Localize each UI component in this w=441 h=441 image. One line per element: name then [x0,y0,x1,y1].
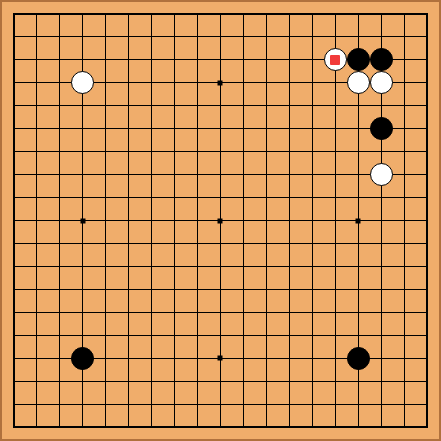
intersection[interactable] [301,94,324,117]
intersection[interactable] [94,209,117,232]
intersection[interactable] [278,71,301,94]
intersection[interactable] [324,186,347,209]
intersection[interactable] [232,301,255,324]
intersection[interactable] [232,393,255,416]
intersection[interactable] [140,25,163,48]
intersection[interactable] [163,71,186,94]
intersection[interactable] [301,117,324,140]
intersection[interactable] [48,255,71,278]
intersection[interactable] [209,347,232,370]
intersection[interactable] [324,415,347,438]
intersection[interactable] [393,25,416,48]
intersection[interactable] [25,209,48,232]
intersection[interactable] [301,140,324,163]
intersection[interactable] [393,301,416,324]
intersection[interactable] [209,415,232,438]
intersection[interactable] [209,255,232,278]
intersection[interactable] [117,94,140,117]
intersection[interactable] [140,186,163,209]
intersection[interactable] [370,48,393,71]
intersection[interactable] [140,301,163,324]
intersection[interactable] [232,415,255,438]
intersection[interactable] [347,415,370,438]
intersection[interactable] [232,347,255,370]
intersection[interactable] [232,117,255,140]
intersection[interactable] [393,278,416,301]
intersection[interactable] [94,370,117,393]
intersection[interactable] [186,393,209,416]
intersection[interactable] [94,94,117,117]
intersection[interactable] [301,3,324,26]
intersection[interactable] [415,48,438,71]
intersection[interactable] [370,278,393,301]
intersection[interactable] [25,163,48,186]
intersection[interactable] [186,140,209,163]
intersection[interactable] [140,3,163,26]
intersection[interactable] [163,278,186,301]
intersection[interactable] [140,255,163,278]
intersection[interactable] [324,3,347,26]
intersection[interactable] [140,71,163,94]
intersection[interactable] [71,301,94,324]
intersection[interactable] [370,71,393,94]
intersection[interactable] [393,232,416,255]
intersection[interactable] [278,25,301,48]
intersection[interactable] [186,370,209,393]
intersection[interactable] [393,3,416,26]
intersection[interactable] [324,209,347,232]
intersection[interactable] [209,94,232,117]
intersection[interactable] [278,415,301,438]
intersection[interactable] [393,186,416,209]
intersection[interactable] [71,415,94,438]
intersection[interactable] [370,3,393,26]
intersection[interactable] [301,163,324,186]
intersection[interactable] [163,393,186,416]
intersection[interactable] [278,278,301,301]
intersection[interactable] [415,209,438,232]
intersection[interactable] [25,415,48,438]
intersection[interactable] [301,278,324,301]
intersection[interactable] [324,25,347,48]
intersection[interactable] [71,140,94,163]
intersection[interactable] [393,71,416,94]
intersection[interactable] [278,209,301,232]
intersection[interactable] [186,48,209,71]
intersection[interactable] [48,94,71,117]
intersection[interactable] [140,209,163,232]
intersection[interactable] [209,278,232,301]
intersection[interactable] [232,209,255,232]
intersection[interactable] [48,71,71,94]
intersection[interactable] [117,140,140,163]
intersection[interactable] [324,278,347,301]
intersection[interactable] [186,186,209,209]
intersection[interactable] [117,301,140,324]
intersection[interactable] [232,370,255,393]
intersection[interactable] [186,301,209,324]
intersection[interactable] [393,324,416,347]
intersection[interactable] [278,163,301,186]
intersection[interactable] [255,117,278,140]
intersection[interactable] [94,117,117,140]
intersection[interactable] [140,370,163,393]
intersection[interactable] [71,393,94,416]
intersection[interactable] [209,163,232,186]
intersection[interactable] [255,255,278,278]
intersection[interactable] [117,370,140,393]
intersection[interactable] [370,393,393,416]
intersection[interactable] [415,140,438,163]
intersection[interactable] [301,393,324,416]
board-grid[interactable] [3,3,439,439]
intersection[interactable] [117,117,140,140]
intersection[interactable] [415,324,438,347]
intersection[interactable] [140,347,163,370]
intersection[interactable] [140,393,163,416]
intersection[interactable] [48,209,71,232]
intersection[interactable] [347,186,370,209]
intersection[interactable] [209,186,232,209]
intersection[interactable] [209,25,232,48]
intersection[interactable] [301,209,324,232]
intersection[interactable] [94,232,117,255]
intersection[interactable] [163,3,186,26]
intersection[interactable] [278,94,301,117]
intersection[interactable] [255,232,278,255]
intersection[interactable] [278,393,301,416]
intersection[interactable] [393,370,416,393]
intersection[interactable] [117,415,140,438]
intersection[interactable] [117,324,140,347]
intersection[interactable] [232,186,255,209]
intersection[interactable] [232,94,255,117]
intersection[interactable] [3,71,26,94]
intersection[interactable] [71,370,94,393]
intersection[interactable] [186,94,209,117]
intersection[interactable] [347,25,370,48]
intersection[interactable] [415,301,438,324]
intersection[interactable] [278,324,301,347]
intersection[interactable] [94,25,117,48]
intersection[interactable] [370,117,393,140]
intersection[interactable] [415,71,438,94]
intersection[interactable] [278,370,301,393]
intersection[interactable] [186,255,209,278]
intersection[interactable] [370,232,393,255]
intersection[interactable] [186,232,209,255]
intersection[interactable] [347,117,370,140]
intersection[interactable] [415,370,438,393]
intersection[interactable] [370,255,393,278]
intersection[interactable] [3,370,26,393]
intersection[interactable] [415,186,438,209]
intersection[interactable] [324,94,347,117]
intersection[interactable] [3,140,26,163]
intersection[interactable] [94,48,117,71]
intersection[interactable] [255,370,278,393]
intersection[interactable] [25,278,48,301]
intersection[interactable] [117,71,140,94]
intersection[interactable] [232,3,255,26]
intersection[interactable] [48,25,71,48]
intersection[interactable] [140,232,163,255]
intersection[interactable] [117,25,140,48]
intersection[interactable] [71,278,94,301]
intersection[interactable] [25,255,48,278]
intersection[interactable] [255,3,278,26]
intersection[interactable] [71,117,94,140]
intersection[interactable] [347,370,370,393]
intersection[interactable] [3,324,26,347]
intersection[interactable] [48,278,71,301]
intersection[interactable] [255,347,278,370]
intersection[interactable] [163,347,186,370]
intersection[interactable] [209,393,232,416]
intersection[interactable] [117,209,140,232]
intersection[interactable] [324,347,347,370]
intersection[interactable] [370,370,393,393]
intersection[interactable] [94,140,117,163]
intersection[interactable] [209,232,232,255]
intersection[interactable] [71,186,94,209]
intersection[interactable] [347,163,370,186]
intersection[interactable] [278,347,301,370]
intersection[interactable] [255,393,278,416]
intersection[interactable] [71,163,94,186]
intersection[interactable] [301,25,324,48]
intersection[interactable] [48,3,71,26]
intersection[interactable] [324,370,347,393]
intersection[interactable] [301,324,324,347]
intersection[interactable] [71,324,94,347]
intersection[interactable] [232,232,255,255]
intersection[interactable] [94,278,117,301]
intersection[interactable] [140,94,163,117]
intersection[interactable] [393,163,416,186]
intersection[interactable] [209,117,232,140]
intersection[interactable] [25,186,48,209]
intersection[interactable] [94,71,117,94]
intersection[interactable] [393,255,416,278]
intersection[interactable] [186,209,209,232]
intersection[interactable] [186,25,209,48]
intersection[interactable] [48,415,71,438]
intersection[interactable] [163,324,186,347]
intersection[interactable] [48,347,71,370]
intersection[interactable] [163,232,186,255]
intersection[interactable] [94,393,117,416]
intersection[interactable] [301,71,324,94]
intersection[interactable] [393,415,416,438]
intersection[interactable] [25,232,48,255]
intersection[interactable] [71,25,94,48]
intersection[interactable] [71,347,94,370]
intersection[interactable] [324,301,347,324]
intersection[interactable] [3,301,26,324]
intersection[interactable] [48,324,71,347]
intersection[interactable] [347,71,370,94]
intersection[interactable] [415,3,438,26]
intersection[interactable] [232,48,255,71]
intersection[interactable] [3,209,26,232]
intersection[interactable] [370,347,393,370]
intersection[interactable] [209,140,232,163]
intersection[interactable] [94,301,117,324]
intersection[interactable] [415,415,438,438]
intersection[interactable] [71,3,94,26]
intersection[interactable] [25,3,48,26]
intersection[interactable] [140,117,163,140]
intersection[interactable] [301,347,324,370]
intersection[interactable] [255,186,278,209]
intersection[interactable] [415,94,438,117]
intersection[interactable] [347,255,370,278]
intersection[interactable] [48,232,71,255]
intersection[interactable] [48,163,71,186]
intersection[interactable] [94,347,117,370]
intersection[interactable] [94,3,117,26]
intersection[interactable] [94,163,117,186]
intersection[interactable] [71,94,94,117]
intersection[interactable] [140,163,163,186]
intersection[interactable] [324,48,347,71]
intersection[interactable] [370,415,393,438]
intersection[interactable] [324,163,347,186]
intersection[interactable] [255,94,278,117]
intersection[interactable] [415,232,438,255]
intersection[interactable] [255,163,278,186]
intersection[interactable] [393,48,416,71]
intersection[interactable] [94,255,117,278]
intersection[interactable] [186,415,209,438]
intersection[interactable] [71,209,94,232]
intersection[interactable] [347,3,370,26]
intersection[interactable] [186,163,209,186]
intersection[interactable] [232,25,255,48]
intersection[interactable] [25,71,48,94]
intersection[interactable] [278,3,301,26]
intersection[interactable] [347,209,370,232]
intersection[interactable] [278,301,301,324]
intersection[interactable] [3,347,26,370]
intersection[interactable] [370,324,393,347]
intersection[interactable] [370,25,393,48]
intersection[interactable] [186,324,209,347]
intersection[interactable] [140,415,163,438]
intersection[interactable] [255,209,278,232]
intersection[interactable] [347,48,370,71]
intersection[interactable] [71,48,94,71]
intersection[interactable] [163,163,186,186]
intersection[interactable] [163,415,186,438]
intersection[interactable] [117,347,140,370]
intersection[interactable] [393,393,416,416]
intersection[interactable] [94,186,117,209]
intersection[interactable] [232,140,255,163]
intersection[interactable] [347,140,370,163]
intersection[interactable] [255,415,278,438]
intersection[interactable] [324,232,347,255]
intersection[interactable] [48,393,71,416]
intersection[interactable] [255,25,278,48]
intersection[interactable] [48,140,71,163]
intersection[interactable] [25,25,48,48]
intersection[interactable] [140,278,163,301]
intersection[interactable] [324,255,347,278]
intersection[interactable] [71,255,94,278]
intersection[interactable] [393,117,416,140]
intersection[interactable] [25,324,48,347]
intersection[interactable] [3,163,26,186]
intersection[interactable] [370,186,393,209]
intersection[interactable] [370,209,393,232]
intersection[interactable] [209,48,232,71]
intersection[interactable] [255,140,278,163]
intersection[interactable] [71,232,94,255]
intersection[interactable] [163,117,186,140]
intersection[interactable] [347,393,370,416]
intersection[interactable] [209,3,232,26]
intersection[interactable] [186,117,209,140]
intersection[interactable] [415,393,438,416]
intersection[interactable] [163,370,186,393]
intersection[interactable] [324,140,347,163]
intersection[interactable] [301,415,324,438]
intersection[interactable] [324,393,347,416]
intersection[interactable] [370,94,393,117]
intersection[interactable] [347,278,370,301]
intersection[interactable] [232,278,255,301]
intersection[interactable] [25,117,48,140]
intersection[interactable] [117,186,140,209]
intersection[interactable] [393,94,416,117]
intersection[interactable] [209,370,232,393]
intersection[interactable] [393,347,416,370]
intersection[interactable] [140,140,163,163]
intersection[interactable] [117,3,140,26]
intersection[interactable] [278,117,301,140]
intersection[interactable] [209,324,232,347]
intersection[interactable] [117,393,140,416]
intersection[interactable] [3,94,26,117]
intersection[interactable] [393,140,416,163]
intersection[interactable] [324,117,347,140]
intersection[interactable] [186,3,209,26]
intersection[interactable] [163,186,186,209]
intersection[interactable] [278,140,301,163]
intersection[interactable] [140,48,163,71]
intersection[interactable] [255,278,278,301]
intersection[interactable] [232,71,255,94]
intersection[interactable] [94,324,117,347]
intersection[interactable] [3,255,26,278]
intersection[interactable] [255,71,278,94]
intersection[interactable] [48,301,71,324]
intersection[interactable] [209,209,232,232]
intersection[interactable] [48,370,71,393]
intersection[interactable] [347,347,370,370]
intersection[interactable] [370,301,393,324]
intersection[interactable] [117,232,140,255]
intersection[interactable] [415,25,438,48]
intersection[interactable] [255,301,278,324]
intersection[interactable] [25,140,48,163]
intersection[interactable] [232,324,255,347]
intersection[interactable] [393,209,416,232]
intersection[interactable] [3,393,26,416]
intersection[interactable] [301,255,324,278]
